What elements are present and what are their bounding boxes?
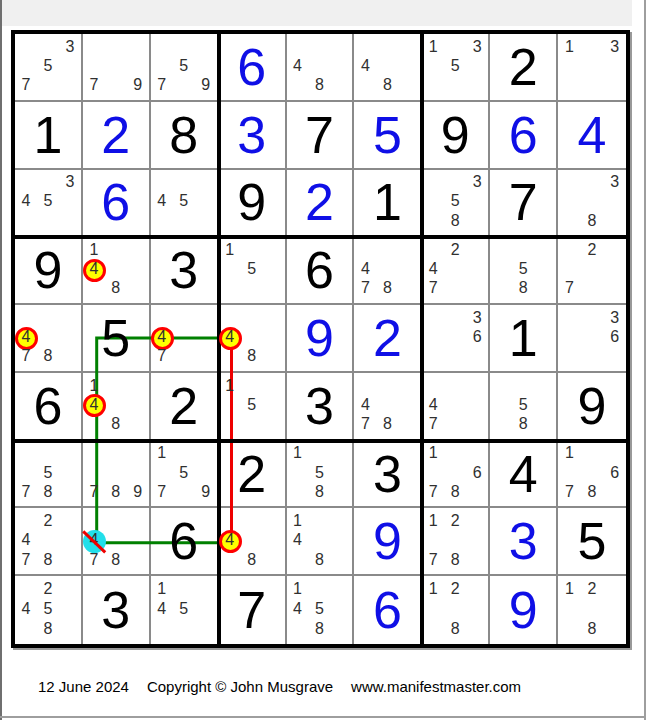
candidate-7[interactable]: 7	[558, 482, 581, 501]
candidate-1[interactable]: 1	[422, 444, 444, 463]
empty-slot	[241, 240, 263, 259]
pencil-marks: 48	[219, 308, 285, 366]
cell-r9c1[interactable]: 2458	[15, 576, 83, 644]
cell-r2c9[interactable]: 4	[558, 102, 626, 170]
cell-r8c2[interactable]: 478	[83, 508, 151, 576]
candidate-8[interactable]: 8	[309, 550, 331, 569]
candidate-5[interactable]: 5	[512, 395, 534, 414]
candidate-4[interactable]: 4	[287, 599, 309, 619]
candidate-8[interactable]: 8	[241, 550, 263, 569]
candidate-9[interactable]: 9	[127, 76, 149, 95]
box-border-line	[626, 30, 630, 648]
candidate-1[interactable]: 1	[422, 511, 444, 530]
empty-slot	[59, 192, 81, 211]
empty-slot	[398, 395, 420, 414]
cell-r8c9[interactable]: 5	[558, 508, 626, 576]
empty-slot	[263, 376, 285, 395]
empty-slot	[151, 56, 173, 75]
candidate-5[interactable]: 5	[37, 599, 59, 619]
cell-r4c1[interactable]: 9	[15, 237, 83, 305]
candidate-4[interactable]: 4	[15, 531, 37, 550]
candidate-4[interactable]: 4	[422, 395, 444, 414]
cell-r3c7[interactable]: 358	[422, 170, 490, 238]
candidate-4[interactable]: 4	[219, 327, 241, 346]
empty-slot	[534, 279, 556, 298]
empty-slot	[398, 240, 420, 259]
empty-slot	[219, 308, 241, 327]
candidate-8[interactable]: 8	[309, 76, 331, 95]
given-digit: 1	[354, 170, 420, 236]
cell-r7c8[interactable]: 4	[490, 441, 558, 509]
cell-r7c9[interactable]: 1678	[558, 441, 626, 509]
candidate-7[interactable]: 7	[151, 76, 173, 95]
empty-slot	[398, 376, 420, 395]
cell-r4c2[interactable]: 148	[83, 237, 151, 305]
candidate-4[interactable]: 4	[422, 260, 444, 279]
empty-slot	[558, 308, 581, 327]
cell-r1c7[interactable]: 135	[422, 34, 490, 102]
candidate-1[interactable]: 1	[558, 579, 581, 599]
candidate-7[interactable]: 7	[422, 550, 444, 569]
candidate-3[interactable]: 3	[59, 173, 81, 192]
candidate-5[interactable]: 5	[444, 56, 466, 75]
empty-slot	[15, 56, 37, 75]
cell-r8c4[interactable]: 48	[219, 508, 287, 576]
candidate-7[interactable]: 7	[15, 76, 37, 95]
candidate-8[interactable]: 8	[581, 211, 604, 230]
candidate-2[interactable]: 2	[581, 240, 604, 259]
empty-slot	[195, 327, 217, 346]
candidate-6[interactable]: 6	[603, 327, 626, 346]
candidate-8[interactable]: 8	[105, 279, 127, 298]
empty-slot	[490, 395, 512, 414]
candidate-2[interactable]: 2	[444, 579, 466, 599]
solved-digit: 9	[490, 576, 556, 644]
solved-digit: 2	[83, 102, 149, 168]
candidate-5[interactable]: 5	[173, 463, 195, 482]
empty-slot	[15, 308, 37, 327]
cell-r3c4[interactable]: 9	[219, 170, 287, 238]
cell-r6c2[interactable]: 148	[83, 373, 151, 441]
given-digit: 2	[219, 441, 285, 507]
empty-slot	[241, 511, 263, 530]
empty-slot	[105, 76, 127, 95]
candidate-1[interactable]: 1	[83, 376, 105, 395]
candidate-7[interactable]: 7	[15, 482, 37, 501]
empty-slot	[466, 482, 488, 501]
cell-r8c5[interactable]: 148	[287, 508, 355, 576]
given-digit: 2	[490, 34, 556, 100]
solved-digit: 6	[219, 34, 285, 100]
candidate-7[interactable]: 7	[422, 279, 444, 298]
empty-slot	[490, 414, 512, 433]
candidate-8[interactable]: 8	[37, 347, 59, 366]
candidate-5[interactable]: 5	[37, 463, 59, 482]
empty-slot	[37, 327, 59, 346]
cell-r5c8[interactable]: 1	[490, 305, 558, 373]
empty-slot	[330, 619, 352, 639]
candidate-8[interactable]: 8	[105, 414, 127, 433]
candidate-3[interactable]: 3	[603, 173, 626, 192]
cell-r9c9[interactable]: 128	[558, 576, 626, 644]
cell-r3c1[interactable]: 345	[15, 170, 83, 238]
cell-r5c9[interactable]: 36	[558, 305, 626, 373]
cell-r3c2[interactable]: 6	[83, 170, 151, 238]
candidate-9[interactable]: 9	[127, 482, 149, 501]
cell-r8c3[interactable]: 6	[151, 508, 219, 576]
empty-slot	[15, 37, 37, 56]
cell-r1c8[interactable]: 2	[490, 34, 558, 102]
cell-r1c3[interactable]: 579	[151, 34, 219, 102]
empty-slot	[37, 173, 59, 192]
cell-r6c3[interactable]: 2	[151, 373, 219, 441]
solved-digit: 2	[287, 170, 353, 236]
candidate-4[interactable]: 4	[287, 531, 309, 550]
candidate-8[interactable]: 8	[444, 619, 466, 639]
candidate-7[interactable]: 7	[422, 414, 444, 433]
candidate-1[interactable]: 1	[287, 511, 309, 530]
cell-r7c4[interactable]: 2	[219, 441, 287, 509]
candidate-2[interactable]: 2	[581, 579, 604, 599]
candidate-7[interactable]: 7	[354, 279, 376, 298]
empty-slot	[558, 599, 581, 619]
candidate-4[interactable]: 4	[287, 56, 309, 75]
cell-r2c6[interactable]: 5	[354, 102, 422, 170]
candidate-4[interactable]: 4	[151, 327, 173, 346]
candidate-4[interactable]: 4	[83, 260, 105, 279]
candidate-8[interactable]: 8	[309, 482, 331, 501]
cell-r3c3[interactable]: 45	[151, 170, 219, 238]
empty-slot	[195, 211, 217, 230]
empty-slot	[558, 619, 581, 639]
candidate-3[interactable]: 3	[466, 37, 488, 56]
cell-r4c9[interactable]: 27	[558, 237, 626, 305]
empty-slot	[466, 376, 488, 395]
empty-slot	[105, 444, 127, 463]
empty-slot	[241, 279, 263, 298]
given-digit: 7	[287, 102, 353, 168]
cell-r1c9[interactable]: 13	[558, 34, 626, 102]
candidate-7[interactable]: 7	[15, 347, 37, 366]
pencil-marks: 145	[151, 579, 217, 639]
empty-slot	[422, 347, 444, 366]
empty-slot	[444, 308, 466, 327]
cell-r8c7[interactable]: 1278	[422, 508, 490, 576]
empty-slot	[603, 619, 626, 639]
empty-slot	[127, 444, 149, 463]
candidate-5[interactable]: 5	[173, 599, 195, 619]
candidate-5[interactable]: 5	[444, 192, 466, 211]
empty-slot	[127, 37, 149, 56]
empty-slot	[581, 308, 604, 327]
cell-r1c6[interactable]: 48	[354, 34, 422, 102]
candidate-5[interactable]: 5	[37, 192, 59, 211]
empty-slot	[398, 279, 420, 298]
pencil-marks: 47	[151, 308, 217, 366]
cell-r2c3[interactable]: 8	[151, 102, 219, 170]
cell-r7c3[interactable]: 1579	[151, 441, 219, 509]
pencil-marks: 47	[422, 376, 488, 434]
candidate-1[interactable]: 1	[219, 376, 241, 395]
cell-r9c3[interactable]: 145	[151, 576, 219, 644]
empty-slot	[309, 56, 331, 75]
candidate-1[interactable]: 1	[219, 240, 241, 259]
empty-slot	[490, 279, 512, 298]
candidate-7[interactable]: 7	[83, 76, 105, 95]
candidate-2[interactable]: 2	[444, 240, 466, 259]
candidate-7[interactable]: 7	[151, 347, 173, 366]
candidate-4[interactable]: 4	[15, 327, 37, 346]
empty-slot	[287, 619, 309, 639]
empty-slot	[151, 619, 173, 639]
candidate-4[interactable]: 4	[15, 192, 37, 211]
cell-r9c8[interactable]: 9	[490, 576, 558, 644]
solved-digit: 2	[354, 305, 420, 371]
cell-r3c6[interactable]: 1	[354, 170, 422, 238]
candidate-7[interactable]: 7	[83, 550, 105, 569]
empty-slot	[466, 240, 488, 259]
cell-r7c6[interactable]: 3	[354, 441, 422, 509]
empty-slot	[444, 347, 466, 366]
empty-slot	[466, 619, 488, 639]
empty-slot	[151, 463, 173, 482]
empty-slot	[376, 376, 398, 395]
candidate-5[interactable]: 5	[241, 260, 263, 279]
candidate-5[interactable]: 5	[309, 599, 331, 619]
cell-r7c5[interactable]: 158	[287, 441, 355, 509]
cell-r8c1[interactable]: 2478	[15, 508, 83, 576]
cell-r6c5[interactable]: 3	[287, 373, 355, 441]
cell-r6c4[interactable]: 15	[219, 373, 287, 441]
cell-r5c1[interactable]: 478	[15, 305, 83, 373]
candidate-1[interactable]: 1	[422, 37, 444, 56]
candidate-1[interactable]: 1	[422, 579, 444, 599]
empty-slot	[558, 211, 581, 230]
candidate-1[interactable]: 1	[83, 240, 105, 259]
candidate-1[interactable]: 1	[558, 37, 581, 56]
cell-r9c7[interactable]: 128	[422, 576, 490, 644]
candidate-8[interactable]: 8	[37, 482, 59, 501]
pencil-marks: 1278	[422, 511, 488, 569]
cell-r2c7[interactable]: 9	[422, 102, 490, 170]
candidate-4[interactable]: 4	[354, 395, 376, 414]
candidate-6[interactable]: 6	[466, 327, 488, 346]
empty-slot	[581, 76, 604, 95]
candidate-3[interactable]: 3	[603, 308, 626, 327]
cell-r7c1[interactable]: 578	[15, 441, 83, 509]
candidate-3[interactable]: 3	[466, 173, 488, 192]
empty-slot	[59, 463, 81, 482]
cell-r6c6[interactable]: 478	[354, 373, 422, 441]
cell-r5c3[interactable]: 47	[151, 305, 219, 373]
cell-r5c2[interactable]: 5	[83, 305, 151, 373]
candidate-7[interactable]: 7	[354, 414, 376, 433]
candidate-1[interactable]: 1	[287, 579, 309, 599]
cell-r1c2[interactable]: 79	[83, 34, 151, 102]
candidate-8[interactable]: 8	[105, 482, 127, 501]
cell-r5c7[interactable]: 36	[422, 305, 490, 373]
cell-r6c1[interactable]: 6	[15, 373, 83, 441]
empty-slot	[105, 240, 127, 259]
candidate-9[interactable]: 9	[195, 76, 217, 95]
empty-slot	[581, 260, 604, 279]
cell-r7c7[interactable]: 1678	[422, 441, 490, 509]
empty-slot	[15, 511, 37, 530]
cell-r2c1[interactable]: 1	[15, 102, 83, 170]
candidate-1[interactable]: 1	[151, 444, 173, 463]
candidate-4[interactable]: 4	[83, 531, 105, 550]
candidate-4[interactable]: 4	[83, 395, 105, 414]
solved-digit: 4	[558, 102, 626, 168]
cell-r5c4[interactable]: 48	[219, 305, 287, 373]
empty-slot	[603, 211, 626, 230]
empty-slot	[444, 76, 466, 95]
given-digit: 5	[83, 305, 149, 371]
candidate-5[interactable]: 5	[173, 56, 195, 75]
empty-slot	[151, 211, 173, 230]
candidate-7[interactable]: 7	[422, 482, 444, 501]
empty-slot	[309, 511, 331, 530]
pencil-marks: 579	[151, 37, 217, 95]
candidate-7[interactable]: 7	[151, 482, 173, 501]
empty-slot	[422, 463, 444, 482]
empty-slot	[354, 376, 376, 395]
empty-slot	[37, 308, 59, 327]
cell-r2c4[interactable]: 3	[219, 102, 287, 170]
empty-slot	[173, 327, 195, 346]
candidate-8[interactable]: 8	[376, 279, 398, 298]
candidate-8[interactable]: 8	[512, 279, 534, 298]
cell-r5c6[interactable]: 2	[354, 305, 422, 373]
candidate-5[interactable]: 5	[173, 192, 195, 211]
candidate-7[interactable]: 7	[15, 550, 37, 569]
cell-r5c5[interactable]: 9	[287, 305, 355, 373]
empty-slot	[376, 240, 398, 259]
cell-r9c5[interactable]: 1458	[287, 576, 355, 644]
candidate-8[interactable]: 8	[37, 619, 59, 639]
candidate-3[interactable]: 3	[603, 37, 626, 56]
candidate-8[interactable]: 8	[37, 550, 59, 569]
cell-r8c6[interactable]: 9	[354, 508, 422, 576]
candidate-8[interactable]: 8	[444, 211, 466, 230]
empty-slot	[354, 76, 376, 95]
cell-r4c3[interactable]: 3	[151, 237, 219, 305]
cell-r4c8[interactable]: 58	[490, 237, 558, 305]
cell-r9c2[interactable]: 3	[83, 576, 151, 644]
cell-r1c1[interactable]: 357	[15, 34, 83, 102]
empty-slot	[444, 531, 466, 550]
candidate-2[interactable]: 2	[37, 579, 59, 599]
pencil-marks: 58	[490, 240, 556, 298]
cell-r6c8[interactable]: 58	[490, 373, 558, 441]
empty-slot	[59, 579, 81, 599]
candidate-8[interactable]: 8	[376, 76, 398, 95]
cell-r4c4[interactable]: 15	[219, 237, 287, 305]
candidate-5[interactable]: 5	[37, 56, 59, 75]
candidate-8[interactable]: 8	[376, 414, 398, 433]
candidate-6[interactable]: 6	[603, 463, 626, 482]
cell-r7c2[interactable]: 789	[83, 441, 151, 509]
empty-slot	[59, 347, 81, 366]
empty-slot	[173, 76, 195, 95]
candidate-4[interactable]: 4	[15, 599, 37, 619]
cell-r6c7[interactable]: 47	[422, 373, 490, 441]
cell-r1c5[interactable]: 48	[287, 34, 355, 102]
candidate-8[interactable]: 8	[241, 347, 263, 366]
candidate-2[interactable]: 2	[444, 511, 466, 530]
candidate-1[interactable]: 1	[558, 444, 581, 463]
given-digit: 3	[354, 441, 420, 507]
candidate-7[interactable]: 7	[558, 279, 581, 298]
cell-r6c9[interactable]: 9	[558, 373, 626, 441]
candidate-1[interactable]: 1	[287, 444, 309, 463]
empty-slot	[558, 173, 581, 192]
candidate-7[interactable]: 7	[83, 482, 105, 501]
candidate-4[interactable]: 4	[219, 531, 241, 550]
empty-slot	[127, 260, 149, 279]
candidate-8[interactable]: 8	[581, 619, 604, 639]
empty-slot	[444, 37, 466, 56]
pencil-marks: 148	[83, 376, 149, 434]
empty-slot	[558, 240, 581, 259]
candidate-5[interactable]: 5	[241, 395, 263, 414]
empty-slot	[151, 308, 173, 327]
candidate-8[interactable]: 8	[444, 482, 466, 501]
cell-r4c7[interactable]: 247	[422, 237, 490, 305]
cell-r2c8[interactable]: 6	[490, 102, 558, 170]
cell-r2c5[interactable]: 7	[287, 102, 355, 170]
cell-r3c5[interactable]: 2	[287, 170, 355, 238]
empty-slot	[241, 376, 263, 395]
candidate-8[interactable]: 8	[444, 550, 466, 569]
candidate-9[interactable]: 9	[195, 482, 217, 501]
candidate-8[interactable]: 8	[105, 550, 127, 569]
cell-r9c4[interactable]: 7	[219, 576, 287, 644]
candidate-2[interactable]: 2	[37, 511, 59, 530]
cell-r4c5[interactable]: 6	[287, 237, 355, 305]
empty-slot	[173, 211, 195, 230]
cell-r2c2[interactable]: 2	[83, 102, 151, 170]
empty-slot	[263, 395, 285, 414]
candidate-4[interactable]: 4	[151, 192, 173, 211]
candidate-8[interactable]: 8	[512, 414, 534, 433]
cell-r4c6[interactable]: 478	[354, 237, 422, 305]
candidate-6[interactable]: 6	[466, 463, 488, 482]
empty-slot	[466, 550, 488, 569]
empty-slot	[287, 463, 309, 482]
candidate-4[interactable]: 4	[354, 56, 376, 75]
candidate-3[interactable]: 3	[59, 37, 81, 56]
cell-r9c6[interactable]: 6	[354, 576, 422, 644]
candidate-8[interactable]: 8	[309, 619, 331, 639]
given-digit: 2	[151, 373, 217, 439]
candidate-5[interactable]: 5	[512, 260, 534, 279]
empty-slot	[59, 482, 81, 501]
candidate-1[interactable]: 1	[151, 579, 173, 599]
candidate-4[interactable]: 4	[151, 599, 173, 619]
candidate-3[interactable]: 3	[466, 308, 488, 327]
cell-r3c8[interactable]: 7	[490, 170, 558, 238]
candidate-8[interactable]: 8	[581, 482, 604, 501]
empty-slot	[15, 463, 37, 482]
cell-r3c9[interactable]: 38	[558, 170, 626, 238]
top-strip	[0, 0, 632, 26]
candidate-5[interactable]: 5	[309, 463, 331, 482]
empty-slot	[466, 76, 488, 95]
candidate-4[interactable]: 4	[354, 260, 376, 279]
cell-r1c4[interactable]: 6	[219, 34, 287, 102]
cell-r8c8[interactable]: 3	[490, 508, 558, 576]
